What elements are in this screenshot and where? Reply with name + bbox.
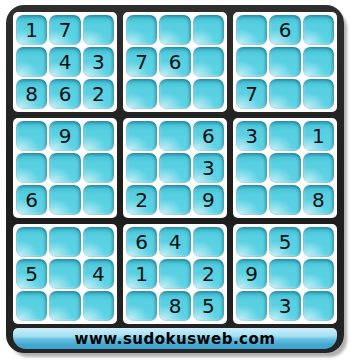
- cell-r3c7[interactable]: 7: [236, 79, 267, 109]
- cell-r8c8[interactable]: [269, 259, 300, 289]
- cell-r7c7[interactable]: [236, 227, 267, 257]
- given-digit: 4: [92, 264, 105, 284]
- cell-r6c6[interactable]: 9: [193, 185, 224, 215]
- given-digit: 6: [169, 52, 182, 72]
- cell-r1c7[interactable]: [236, 15, 267, 45]
- box-r1c3: 67: [233, 12, 337, 112]
- page: 1743862766796632931854641285593 www.sudo…: [0, 0, 350, 360]
- cell-r5c9[interactable]: [303, 153, 334, 183]
- box-r1c2: 76: [123, 12, 227, 112]
- given-digit: 7: [135, 52, 148, 72]
- cell-r8c3[interactable]: 4: [83, 259, 114, 289]
- given-digit: 5: [25, 264, 38, 284]
- cell-r3c4[interactable]: [126, 79, 157, 109]
- cell-r4c9[interactable]: 1: [303, 121, 334, 151]
- cell-r4c3[interactable]: [83, 121, 114, 151]
- given-digit: 3: [92, 52, 105, 72]
- given-digit: 3: [202, 158, 215, 178]
- cell-r3c9[interactable]: [303, 79, 334, 109]
- given-digit: 6: [25, 190, 38, 210]
- given-digit: 6: [202, 126, 215, 146]
- cell-r2c5[interactable]: 6: [159, 47, 190, 77]
- cell-r9c8[interactable]: 3: [269, 291, 300, 321]
- cell-r7c8[interactable]: 5: [269, 227, 300, 257]
- cell-r7c9[interactable]: [303, 227, 334, 257]
- cell-r4c4[interactable]: [126, 121, 157, 151]
- given-digit: 5: [279, 232, 292, 252]
- cell-r3c3[interactable]: 2: [83, 79, 114, 109]
- sudoku-board-frame: 1743862766796632931854641285593 www.sudo…: [6, 5, 344, 353]
- cell-r5c8[interactable]: [269, 153, 300, 183]
- cell-r5c2[interactable]: [49, 153, 80, 183]
- given-digit: 2: [135, 190, 148, 210]
- cell-r6c2[interactable]: [49, 185, 80, 215]
- given-digit: 3: [245, 126, 258, 146]
- given-digit: 5: [202, 296, 215, 316]
- cell-r3c5[interactable]: [159, 79, 190, 109]
- cell-r3c1[interactable]: 8: [16, 79, 47, 109]
- cell-r2c4[interactable]: 7: [126, 47, 157, 77]
- cell-r8c1[interactable]: 5: [16, 259, 47, 289]
- given-digit: 8: [312, 190, 325, 210]
- cell-r6c4[interactable]: 2: [126, 185, 157, 215]
- cell-r6c1[interactable]: 6: [16, 185, 47, 215]
- cell-r7c1[interactable]: [16, 227, 47, 257]
- cell-r9c3[interactable]: [83, 291, 114, 321]
- cell-r2c1[interactable]: [16, 47, 47, 77]
- box-r1c1: 1743862: [13, 12, 117, 112]
- cell-r7c3[interactable]: [83, 227, 114, 257]
- cell-r5c3[interactable]: [83, 153, 114, 183]
- cell-r1c1[interactable]: 1: [16, 15, 47, 45]
- box-r3c1: 54: [13, 224, 117, 324]
- box-r2c3: 318: [233, 118, 337, 218]
- cell-r1c3[interactable]: [83, 15, 114, 45]
- cell-r3c6[interactable]: [193, 79, 224, 109]
- given-digit: 1: [312, 126, 325, 146]
- box-r2c1: 96: [13, 118, 117, 218]
- footer-bar: www.sudokusweb.com: [13, 328, 337, 349]
- cell-r4c8[interactable]: [269, 121, 300, 151]
- sudokusweb-link[interactable]: www.sudokusweb.com: [75, 330, 276, 348]
- cell-r7c6[interactable]: [193, 227, 224, 257]
- cell-r1c8[interactable]: 6: [269, 15, 300, 45]
- box-r2c2: 6329: [123, 118, 227, 218]
- cell-r9c2[interactable]: [49, 291, 80, 321]
- cell-r1c6[interactable]: [193, 15, 224, 45]
- given-digit: 8: [25, 84, 38, 104]
- cell-r5c5[interactable]: [159, 153, 190, 183]
- given-digit: 3: [279, 296, 292, 316]
- cell-r2c7[interactable]: [236, 47, 267, 77]
- cell-r2c3[interactable]: 3: [83, 47, 114, 77]
- cell-r6c8[interactable]: [269, 185, 300, 215]
- cell-r3c2[interactable]: 6: [49, 79, 80, 109]
- sudoku-grid: 1743862766796632931854641285593: [13, 12, 337, 324]
- given-digit: 9: [245, 264, 258, 284]
- given-digit: 6: [279, 20, 292, 40]
- cell-r5c1[interactable]: [16, 153, 47, 183]
- cell-r4c1[interactable]: [16, 121, 47, 151]
- given-digit: 1: [25, 20, 38, 40]
- cell-r8c7[interactable]: 9: [236, 259, 267, 289]
- given-digit: 9: [59, 126, 72, 146]
- cell-r1c5[interactable]: [159, 15, 190, 45]
- cell-r4c2[interactable]: 9: [49, 121, 80, 151]
- cell-r6c3[interactable]: [83, 185, 114, 215]
- given-digit: 4: [169, 232, 182, 252]
- cell-r3c8[interactable]: [269, 79, 300, 109]
- cell-r1c2[interactable]: 7: [49, 15, 80, 45]
- given-digit: 7: [245, 84, 258, 104]
- cell-r9c5[interactable]: 8: [159, 291, 190, 321]
- given-digit: 1: [135, 264, 148, 284]
- cell-r6c9[interactable]: 8: [303, 185, 334, 215]
- cell-r2c2[interactable]: 4: [49, 47, 80, 77]
- cell-r1c9[interactable]: [303, 15, 334, 45]
- cell-r7c4[interactable]: 6: [126, 227, 157, 257]
- given-digit: 2: [202, 264, 215, 284]
- cell-r9c6[interactable]: 5: [193, 291, 224, 321]
- cell-r5c6[interactable]: 3: [193, 153, 224, 183]
- cell-r1c4[interactable]: [126, 15, 157, 45]
- cell-r7c5[interactable]: 4: [159, 227, 190, 257]
- cell-r4c5[interactable]: [159, 121, 190, 151]
- cell-r2c9[interactable]: [303, 47, 334, 77]
- box-r3c3: 593: [233, 224, 337, 324]
- cell-r8c2[interactable]: [49, 259, 80, 289]
- cell-r4c7[interactable]: 3: [236, 121, 267, 151]
- given-digit: 7: [59, 20, 72, 40]
- cell-r4c6[interactable]: 6: [193, 121, 224, 151]
- cell-r8c9[interactable]: [303, 259, 334, 289]
- given-digit: 8: [169, 296, 182, 316]
- cell-r7c2[interactable]: [49, 227, 80, 257]
- cell-r5c4[interactable]: [126, 153, 157, 183]
- cell-r5c7[interactable]: [236, 153, 267, 183]
- given-digit: 2: [92, 84, 105, 104]
- cell-r8c5[interactable]: [159, 259, 190, 289]
- cell-r6c7[interactable]: [236, 185, 267, 215]
- cell-r9c1[interactable]: [16, 291, 47, 321]
- cell-r9c4[interactable]: [126, 291, 157, 321]
- cell-r8c6[interactable]: 2: [193, 259, 224, 289]
- given-digit: 6: [59, 84, 72, 104]
- given-digit: 6: [135, 232, 148, 252]
- cell-r2c8[interactable]: [269, 47, 300, 77]
- cell-r2c6[interactable]: [193, 47, 224, 77]
- given-digit: 4: [59, 52, 72, 72]
- box-r3c2: 641285: [123, 224, 227, 324]
- cell-r9c9[interactable]: [303, 291, 334, 321]
- cell-r8c4[interactable]: 1: [126, 259, 157, 289]
- given-digit: 9: [202, 190, 215, 210]
- cell-r9c7[interactable]: [236, 291, 267, 321]
- cell-r6c5[interactable]: [159, 185, 190, 215]
